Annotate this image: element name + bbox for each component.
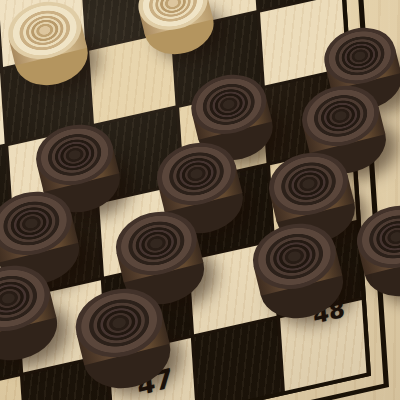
square-r8c4[interactable] — [0, 376, 25, 400]
photo-frame: 4748 — [0, 0, 400, 400]
